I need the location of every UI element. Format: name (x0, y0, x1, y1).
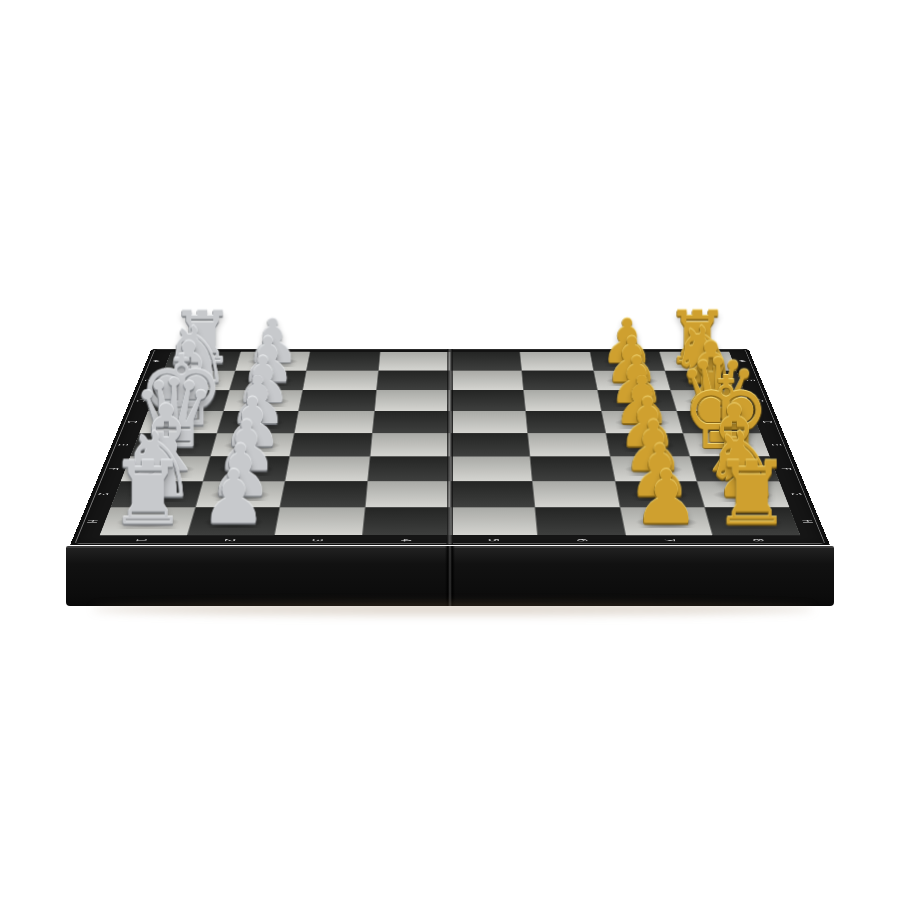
square-c5[interactable] (450, 390, 525, 411)
product-photo-chess-set: ♜♟♟♜♞♟♟♞♝♟♟♝♚♟♟♛♛♟♟♚♝♟♟♝♞♟♟♞♜♟♟♜ 1234567… (0, 0, 900, 900)
board-scene: ♜♟♟♜♞♟♟♞♝♟♟♝♚♟♟♛♛♟♟♚♝♟♟♝♞♟♟♞♜♟♟♜ 1234567… (0, 0, 900, 900)
square-e3[interactable] (290, 433, 371, 456)
file-label-right-f: F (744, 466, 828, 472)
file-label-right-d: D (728, 420, 807, 425)
square-a3[interactable] (307, 352, 380, 371)
square-f6[interactable] (531, 457, 615, 481)
file-label-left-g: G (60, 491, 147, 497)
base-center-gap (445, 546, 455, 606)
square-g4[interactable] (366, 481, 450, 507)
square-b3[interactable] (303, 371, 378, 391)
square-c4[interactable] (375, 390, 450, 411)
file-label-right-e: E (736, 442, 818, 447)
square-e5[interactable] (450, 433, 529, 456)
square-c3[interactable] (299, 390, 376, 411)
chess-board: ♜♟♟♜♞♟♟♞♝♟♟♝♚♟♟♛♛♟♟♚♝♟♟♝♞♟♟♞♜♟♟♜ 1234567… (70, 349, 830, 545)
square-d3[interactable] (295, 411, 374, 433)
square-b4[interactable] (377, 371, 450, 391)
board-hinge-seam (446, 349, 453, 545)
square-a4[interactable] (379, 352, 450, 371)
square-g6[interactable] (533, 481, 620, 507)
ground-shadow (92, 603, 814, 615)
square-e4[interactable] (370, 433, 449, 456)
file-label-right-h: H (763, 518, 853, 524)
file-label-right-a: A (707, 359, 780, 363)
square-g3[interactable] (281, 481, 368, 507)
square-f5[interactable] (450, 457, 532, 481)
file-label-left-d: D (93, 420, 172, 425)
file-label-left-b: B (111, 378, 186, 382)
file-label-left-f: F (71, 466, 155, 472)
square-d6[interactable] (526, 411, 605, 433)
square-f4[interactable] (368, 457, 450, 481)
file-label-left-c: C (102, 398, 179, 403)
file-label-left-h: H (48, 518, 138, 524)
file-label-right-b: B (713, 378, 788, 382)
square-e6[interactable] (528, 433, 609, 456)
square-f3[interactable] (286, 457, 370, 481)
file-label-left-a: A (120, 359, 193, 363)
square-b6[interactable] (522, 371, 597, 391)
square-c6[interactable] (524, 390, 601, 411)
square-d4[interactable] (373, 411, 450, 433)
board-base-front (66, 546, 834, 606)
square-a6[interactable] (520, 352, 593, 371)
square-b5[interactable] (450, 371, 523, 391)
square-d5[interactable] (450, 411, 527, 433)
file-label-right-g: G (753, 491, 840, 497)
square-g5[interactable] (450, 481, 534, 507)
square-a5[interactable] (450, 352, 521, 371)
file-label-left-e: E (82, 442, 164, 447)
file-label-right-c: C (720, 398, 797, 403)
